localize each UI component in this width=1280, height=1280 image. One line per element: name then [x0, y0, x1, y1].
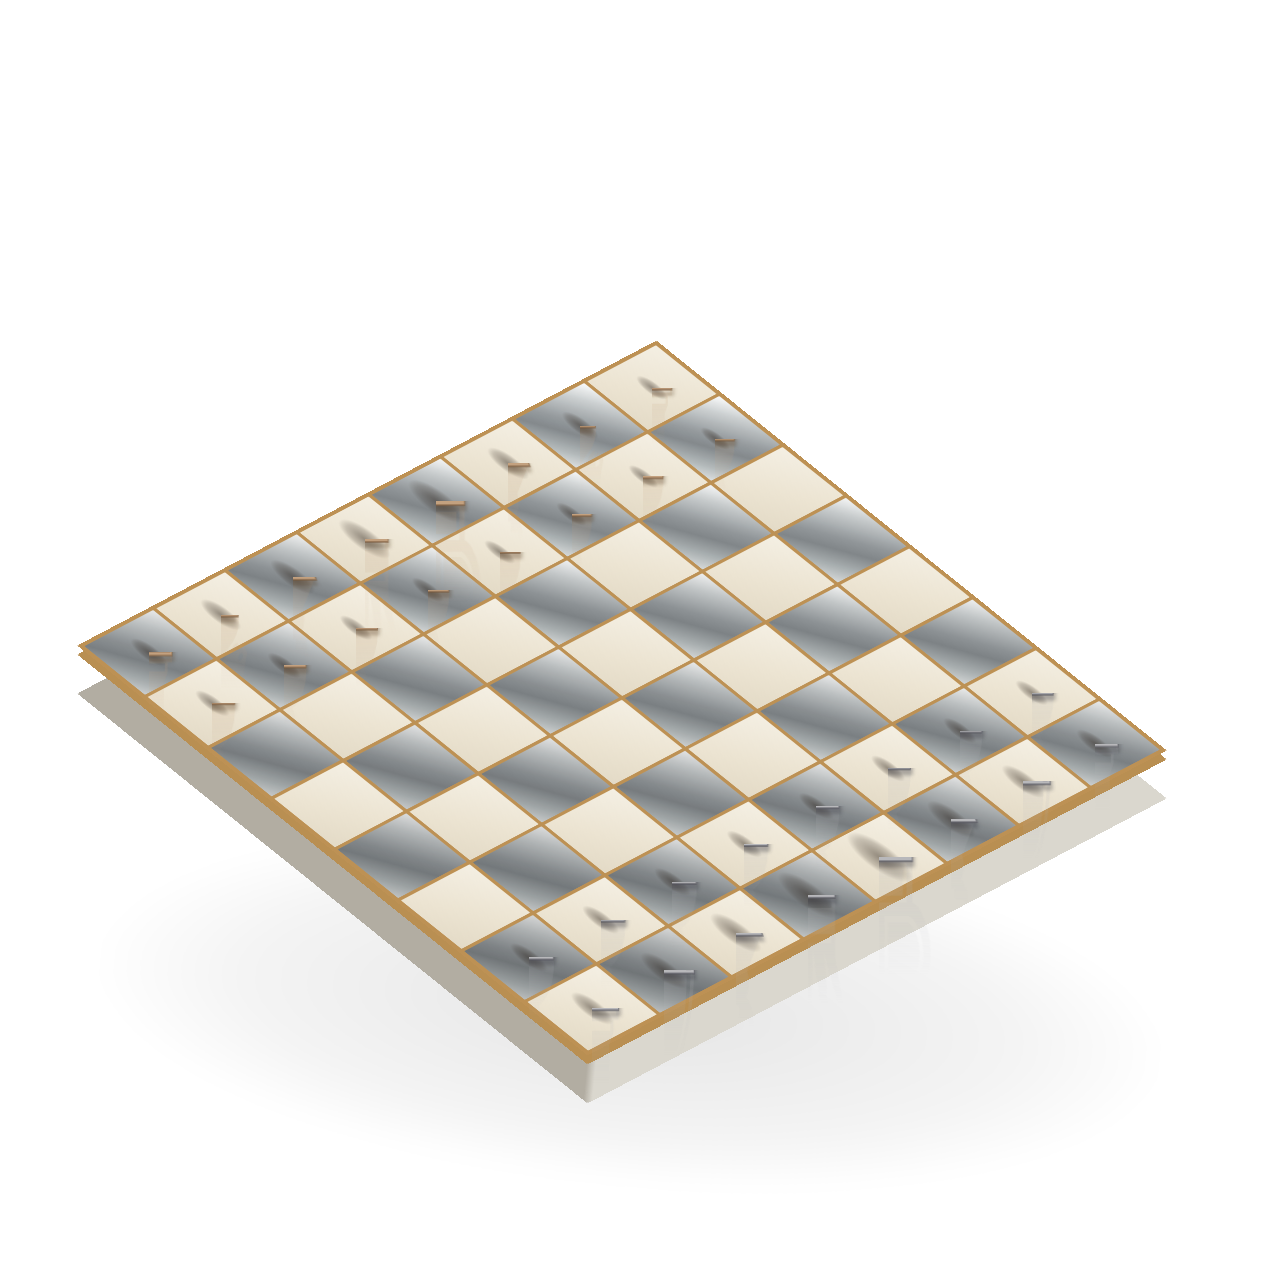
- product-photo: ♜♜♟♟♞♞♟♟♝♝♟♟♚♚♟♟♛♛♟♟♝♝♟♟♟♟♞♞♜♜♟♟♟♟♜♜♞♞♟♟…: [0, 0, 1280, 1280]
- board-square[interactable]: [346, 725, 476, 810]
